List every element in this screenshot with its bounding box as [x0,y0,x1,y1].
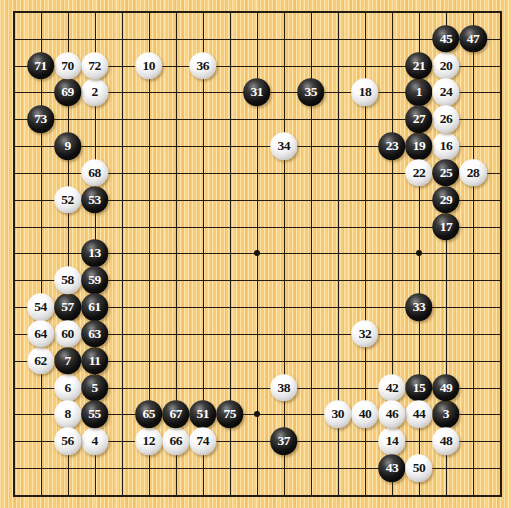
stone-black-59: 59 [81,267,109,295]
stone-black-13: 13 [81,240,109,268]
stone-black-3: 3 [432,401,460,429]
stone-black-31: 31 [243,79,271,107]
stone-white-60: 60 [54,320,82,348]
stone-black-55: 55 [81,401,109,429]
stone-black-73: 73 [27,106,55,134]
stone-black-17: 17 [432,213,460,241]
stone-black-37: 37 [270,428,298,456]
stone-white-56: 56 [54,428,82,456]
stone-black-65: 65 [135,401,163,429]
stone-black-23: 23 [378,132,406,160]
stone-white-26: 26 [432,106,460,134]
stone-white-58: 58 [54,267,82,295]
stone-white-10: 10 [135,52,163,80]
stone-black-5: 5 [81,374,109,402]
star-point [254,250,260,256]
stone-black-43: 43 [378,454,406,482]
stone-black-11: 11 [81,347,109,375]
stone-black-9: 9 [54,132,82,160]
stone-white-72: 72 [81,52,109,80]
stone-white-14: 14 [378,428,406,456]
stone-black-47: 47 [459,25,487,53]
stone-black-69: 69 [54,79,82,107]
stone-black-15: 15 [405,374,433,402]
stone-black-45: 45 [432,25,460,53]
stone-black-19: 19 [405,132,433,160]
stone-white-36: 36 [189,52,217,80]
stone-white-54: 54 [27,293,55,321]
stone-white-22: 22 [405,159,433,187]
stone-white-30: 30 [324,401,352,429]
stone-white-46: 46 [378,401,406,429]
stone-white-52: 52 [54,186,82,214]
stone-white-16: 16 [432,132,460,160]
stone-black-57: 57 [54,293,82,321]
stone-white-8: 8 [54,401,82,429]
stone-white-48: 48 [432,428,460,456]
stone-white-62: 62 [27,347,55,375]
stone-black-51: 51 [189,401,217,429]
stone-black-35: 35 [297,79,325,107]
stone-white-24: 24 [432,79,460,107]
stone-black-1: 1 [405,79,433,107]
stone-white-34: 34 [270,132,298,160]
stone-black-33: 33 [405,293,433,321]
stone-white-44: 44 [405,401,433,429]
stone-white-50: 50 [405,454,433,482]
stone-black-67: 67 [162,401,190,429]
stone-white-64: 64 [27,320,55,348]
stone-black-75: 75 [216,401,244,429]
stone-white-4: 4 [81,428,109,456]
stone-black-29: 29 [432,186,460,214]
stone-black-49: 49 [432,374,460,402]
stone-black-71: 71 [27,52,55,80]
star-point [254,411,260,417]
go-board[interactable]: 1234567891011121314151617181920212223242… [0,0,511,508]
stone-white-32: 32 [351,320,379,348]
stone-white-42: 42 [378,374,406,402]
stone-white-70: 70 [54,52,82,80]
stone-white-68: 68 [81,159,109,187]
stone-white-74: 74 [189,428,217,456]
stone-white-40: 40 [351,401,379,429]
stone-white-66: 66 [162,428,190,456]
stone-black-61: 61 [81,293,109,321]
stone-white-28: 28 [459,159,487,187]
stone-white-20: 20 [432,52,460,80]
stone-black-21: 21 [405,52,433,80]
stone-white-6: 6 [54,374,82,402]
stone-black-27: 27 [405,106,433,134]
stone-white-38: 38 [270,374,298,402]
star-point [416,250,422,256]
stone-black-63: 63 [81,320,109,348]
stone-black-25: 25 [432,159,460,187]
stone-white-18: 18 [351,79,379,107]
stone-black-7: 7 [54,347,82,375]
stone-black-53: 53 [81,186,109,214]
stone-white-12: 12 [135,428,163,456]
stone-white-2: 2 [81,79,109,107]
